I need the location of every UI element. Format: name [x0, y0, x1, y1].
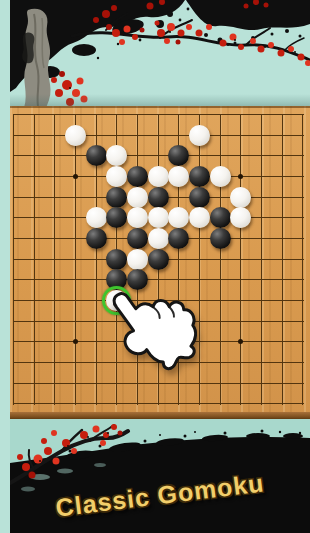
stone-white — [210, 166, 231, 187]
stone-black — [86, 228, 107, 249]
stone-white — [148, 166, 169, 187]
stone-black — [106, 207, 127, 228]
stone-white — [148, 207, 169, 228]
stone-white — [65, 125, 86, 146]
stone-white — [168, 166, 189, 187]
stone-black — [210, 207, 231, 228]
app-store-screenshot: Classic Gomoku — [10, 0, 310, 533]
stone-black — [148, 187, 169, 208]
stone-black — [106, 187, 127, 208]
top-decoration-ink-blossoms — [10, 0, 310, 108]
stone-black — [86, 145, 107, 166]
stone-white — [189, 207, 210, 228]
stone-white — [127, 249, 148, 270]
glove-outline — [102, 284, 211, 382]
stone-white — [230, 207, 251, 228]
stone-white — [86, 207, 107, 228]
stone-black — [168, 145, 189, 166]
pointing-hand-cursor — [88, 284, 220, 392]
stone-black — [168, 228, 189, 249]
stone-black — [189, 166, 210, 187]
stone-white — [127, 207, 148, 228]
stone-white — [106, 145, 127, 166]
stone-black — [127, 166, 148, 187]
stone-black — [189, 187, 210, 208]
stone-black — [106, 249, 127, 270]
stone-white — [189, 125, 210, 146]
stone-black — [148, 249, 169, 270]
board-bottom-edge — [10, 412, 310, 419]
stone-black — [210, 228, 231, 249]
stone-white — [106, 166, 127, 187]
stone-white — [168, 207, 189, 228]
stone-white — [127, 187, 148, 208]
stone-black — [127, 228, 148, 249]
stone-white — [148, 228, 169, 249]
stone-white — [230, 187, 251, 208]
